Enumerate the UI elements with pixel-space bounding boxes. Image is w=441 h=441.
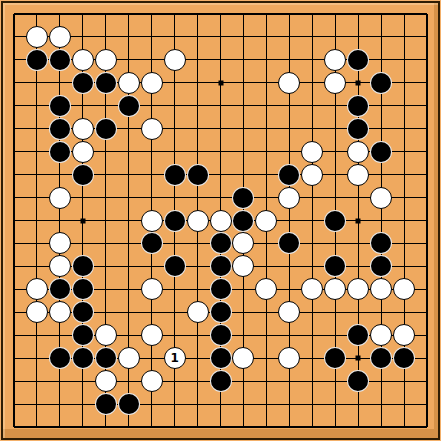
black-stone — [164, 210, 186, 232]
black-stone — [95, 72, 117, 94]
black-stone — [118, 95, 140, 117]
move-number-label: 1 — [170, 352, 178, 364]
white-stone — [232, 232, 254, 254]
black-stone — [49, 95, 71, 117]
white-stone — [141, 324, 163, 346]
star-point — [356, 356, 361, 361]
black-stone — [72, 301, 94, 323]
white-stone — [49, 255, 71, 277]
white-stone — [95, 324, 117, 346]
white-stone — [278, 301, 300, 323]
white-stone — [26, 26, 48, 48]
black-stone — [370, 72, 392, 94]
white-stone — [72, 118, 94, 140]
black-stone — [210, 370, 232, 392]
black-stone — [118, 393, 140, 415]
grid-line-vertical — [312, 14, 313, 427]
black-stone — [164, 255, 186, 277]
go-board-diagram: 1 — [0, 0, 441, 441]
white-stone — [26, 301, 48, 323]
black-stone — [370, 141, 392, 163]
white-stone — [187, 301, 209, 323]
black-stone — [347, 49, 369, 71]
white-stone — [347, 278, 369, 300]
white-stone — [324, 49, 346, 71]
white-stone — [141, 210, 163, 232]
grid-line-horizontal — [14, 404, 427, 405]
white-stone — [164, 49, 186, 71]
white-stone — [141, 118, 163, 140]
white-stone — [393, 324, 415, 346]
white-stone — [370, 324, 392, 346]
black-stone — [210, 278, 232, 300]
black-stone — [164, 164, 186, 186]
white-stone — [49, 301, 71, 323]
white-stone — [141, 278, 163, 300]
white-stone — [232, 255, 254, 277]
white-stone — [278, 187, 300, 209]
black-stone — [187, 164, 209, 186]
star-point — [356, 80, 361, 85]
black-stone — [370, 255, 392, 277]
black-stone — [324, 255, 346, 277]
black-stone — [95, 393, 117, 415]
white-stone — [301, 164, 323, 186]
white-stone — [278, 347, 300, 369]
black-stone — [278, 164, 300, 186]
black-stone — [72, 347, 94, 369]
black-stone — [141, 232, 163, 254]
black-stone — [210, 324, 232, 346]
white-stone — [95, 370, 117, 392]
white-stone — [187, 210, 209, 232]
black-stone — [72, 72, 94, 94]
black-stone — [49, 278, 71, 300]
black-stone — [210, 232, 232, 254]
black-stone — [72, 278, 94, 300]
white-stone — [49, 26, 71, 48]
white-stone — [232, 347, 254, 369]
black-stone — [72, 164, 94, 186]
black-stone — [72, 324, 94, 346]
white-stone — [118, 347, 140, 369]
black-stone — [49, 49, 71, 71]
white-stone — [72, 141, 94, 163]
white-stone — [393, 278, 415, 300]
white-stone — [255, 210, 277, 232]
grid-line-horizontal — [14, 426, 427, 428]
white-stone — [278, 72, 300, 94]
black-stone — [232, 210, 254, 232]
black-stone — [49, 347, 71, 369]
star-point — [218, 80, 223, 85]
white-stone — [301, 278, 323, 300]
black-stone — [324, 347, 346, 369]
star-point — [356, 218, 361, 223]
go-board[interactable]: 1 — [1, 1, 440, 440]
white-stone — [324, 278, 346, 300]
black-stone — [26, 49, 48, 71]
black-stone — [347, 370, 369, 392]
white-stone — [72, 49, 94, 71]
black-stone — [72, 255, 94, 277]
white-stone — [141, 72, 163, 94]
black-stone — [347, 324, 369, 346]
black-stone — [49, 141, 71, 163]
grid-line-vertical — [426, 14, 428, 427]
black-stone — [347, 95, 369, 117]
black-stone — [210, 347, 232, 369]
white-stone — [210, 210, 232, 232]
white-stone — [49, 187, 71, 209]
star-point — [80, 218, 85, 223]
black-stone — [210, 255, 232, 277]
black-stone — [278, 232, 300, 254]
white-stone — [26, 278, 48, 300]
white-stone — [141, 370, 163, 392]
black-stone — [370, 347, 392, 369]
white-stone — [301, 141, 323, 163]
black-stone — [347, 118, 369, 140]
white-stone — [95, 49, 117, 71]
black-stone — [49, 118, 71, 140]
white-stone — [255, 278, 277, 300]
black-stone — [324, 210, 346, 232]
black-stone — [95, 347, 117, 369]
black-stone — [393, 347, 415, 369]
black-stone — [95, 118, 117, 140]
black-stone — [232, 187, 254, 209]
white-stone — [118, 72, 140, 94]
white-stone — [49, 232, 71, 254]
white-stone — [324, 72, 346, 94]
white-stone — [370, 187, 392, 209]
white-stone — [370, 278, 392, 300]
black-stone — [210, 301, 232, 323]
white-stone — [347, 141, 369, 163]
black-stone — [370, 232, 392, 254]
white-stone — [347, 164, 369, 186]
marked-stone-move-1: 1 — [164, 347, 186, 369]
